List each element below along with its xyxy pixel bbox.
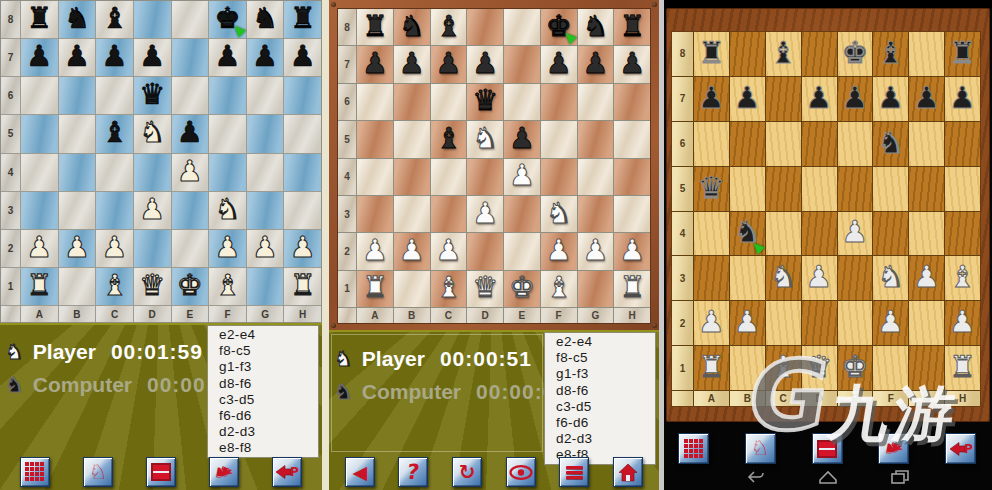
- eye-button[interactable]: [506, 457, 536, 487]
- move-item: f6-d6: [556, 415, 655, 431]
- square-d3[interactable]: ♟: [467, 196, 503, 232]
- piece-black-pawn: ♟: [949, 83, 976, 113]
- square-f3[interactable]: ♞: [541, 196, 577, 232]
- rank-label: 4: [1, 154, 20, 191]
- piece-black-rook: ♜: [26, 4, 52, 33]
- square-a2[interactable]: ♟: [694, 301, 729, 345]
- piece-black-queen: ♛: [472, 86, 498, 115]
- square-f5[interactable]: [873, 167, 908, 211]
- square-a7[interactable]: ♟: [694, 77, 729, 121]
- nail-icon: [652, 323, 657, 328]
- move-item: f8-c5: [219, 343, 318, 359]
- square-a7[interactable]: ♟: [21, 39, 58, 76]
- square-c2[interactable]: [766, 301, 801, 345]
- square-c8[interactable]: ♝: [431, 9, 467, 45]
- square-e7[interactable]: ♟: [838, 77, 873, 121]
- square-f8[interactable]: ♚: [541, 9, 577, 45]
- white-knight-icon: ♞: [5, 342, 24, 363]
- square-b7[interactable]: ♟: [730, 77, 765, 121]
- square-h3[interactable]: ♝: [945, 256, 980, 300]
- board-corner: [672, 391, 693, 406]
- piece-black-pawn: ♟: [841, 83, 868, 113]
- piece-black-pawn: ♟: [734, 83, 761, 113]
- piece-black-pawn: ♟: [582, 49, 608, 78]
- square-f5[interactable]: [209, 115, 246, 152]
- square-g1[interactable]: [247, 268, 284, 305]
- square-c2[interactable]: ♟: [96, 230, 133, 267]
- square-g1[interactable]: [909, 346, 944, 390]
- square-h4[interactable]: [614, 159, 650, 195]
- square-h7[interactable]: ♟: [945, 77, 980, 121]
- square-c1[interactable]: ♝: [766, 346, 801, 390]
- piece-white-pawn: ♟: [913, 262, 940, 292]
- square-c5[interactable]: ♝: [96, 115, 133, 152]
- split-board-button[interactable]: [812, 433, 843, 464]
- back-triangle-icon: ◀: [353, 463, 368, 482]
- piece-white-pawn: ♟: [472, 199, 498, 228]
- eye-icon: [509, 465, 533, 480]
- square-f1[interactable]: [873, 346, 908, 390]
- square-d5[interactable]: ♞: [134, 115, 171, 152]
- piece-white-bishop: ♝: [214, 271, 240, 300]
- square-d8[interactable]: [802, 32, 837, 76]
- square-g6[interactable]: [247, 77, 284, 114]
- takeback-arrow-p-button[interactable]: P: [945, 433, 976, 464]
- board-grid-icon: [25, 462, 45, 482]
- square-d1[interactable]: ♛: [134, 268, 171, 305]
- piece-white-pawn: ♟: [435, 236, 461, 265]
- square-h4[interactable]: [945, 212, 980, 256]
- file-label: A: [357, 308, 393, 323]
- square-g6[interactable]: [578, 84, 614, 120]
- square-g4[interactable]: [247, 154, 284, 191]
- knight-piece-button[interactable]: ♘: [83, 457, 113, 487]
- square-d1[interactable]: ♛: [802, 346, 837, 390]
- square-b2[interactable]: ♟: [730, 301, 765, 345]
- square-g2[interactable]: ♟: [578, 233, 614, 269]
- square-c4[interactable]: [96, 154, 133, 191]
- piece-white-queen: ♛: [139, 271, 165, 300]
- piece-black-pawn: ♟: [399, 49, 425, 78]
- square-d7[interactable]: ♟: [802, 77, 837, 121]
- square-c1[interactable]: ♝: [431, 271, 467, 307]
- square-a5[interactable]: ♛: [694, 167, 729, 211]
- square-g2[interactable]: [909, 301, 944, 345]
- nail-icon: [331, 2, 336, 7]
- square-a6[interactable]: [21, 77, 58, 114]
- piece-white-bishop: ♝: [102, 271, 128, 300]
- square-e6[interactable]: [838, 122, 873, 166]
- square-c7[interactable]: [766, 77, 801, 121]
- home-icon: [818, 468, 838, 486]
- square-g1[interactable]: [578, 271, 614, 307]
- move-item: f8-c5: [556, 350, 655, 366]
- piece-white-rook: ♜: [290, 271, 316, 300]
- square-f2[interactable]: ♟: [873, 301, 908, 345]
- square-a8[interactable]: ♜: [357, 9, 393, 45]
- square-b6[interactable]: [394, 84, 430, 120]
- square-g3[interactable]: [578, 196, 614, 232]
- square-a1[interactable]: ♜: [357, 271, 393, 307]
- square-b8[interactable]: [730, 32, 765, 76]
- square-f2[interactable]: ♟: [541, 233, 577, 269]
- file-label: H: [284, 306, 321, 322]
- square-e8[interactable]: ♚: [838, 32, 873, 76]
- square-c3[interactable]: ♞: [766, 256, 801, 300]
- split-board-button[interactable]: [146, 457, 176, 487]
- square-c7[interactable]: ♟: [96, 39, 133, 76]
- piece-white-pawn: ♟: [698, 307, 725, 337]
- menu-bars-button[interactable]: [559, 457, 589, 487]
- square-b5[interactable]: [730, 167, 765, 211]
- piece-black-knight: ♞: [877, 128, 904, 158]
- square-g8[interactable]: ♞: [578, 9, 614, 45]
- square-b4[interactable]: [59, 154, 96, 191]
- square-b8[interactable]: ♞: [394, 9, 430, 45]
- square-c5[interactable]: ♝: [431, 121, 467, 157]
- rotate-arrows-button[interactable]: ↻: [452, 457, 482, 487]
- square-g7[interactable]: ♟: [578, 46, 614, 82]
- square-a5[interactable]: [357, 121, 393, 157]
- square-b1[interactable]: [730, 346, 765, 390]
- square-g4[interactable]: [578, 159, 614, 195]
- panel-wood-board: 8♜♞♝♚♞♜7♟♟♟♟♟♟♟6♛5♝♞♟4♟3♟♞2♟♟♟♟♟♟1♜♝♛♚♝♜…: [329, 0, 659, 490]
- square-h8[interactable]: ♜: [284, 1, 321, 38]
- square-h5[interactable]: [945, 167, 980, 211]
- square-b1[interactable]: [394, 271, 430, 307]
- square-e7[interactable]: [504, 46, 540, 82]
- square-h8[interactable]: ♜: [945, 32, 980, 76]
- square-c6[interactable]: [96, 77, 133, 114]
- piece-black-bishop: ♝: [435, 124, 461, 153]
- board-grid-button[interactable]: [20, 457, 50, 487]
- square-a4[interactable]: [694, 212, 729, 256]
- square-d5[interactable]: ♞: [467, 121, 503, 157]
- square-d6[interactable]: ♛: [134, 77, 171, 114]
- board-grid-icon: [684, 439, 704, 459]
- square-e6[interactable]: [504, 84, 540, 120]
- square-d1[interactable]: ♛: [467, 271, 503, 307]
- square-d8[interactable]: [134, 1, 171, 38]
- square-e6[interactable]: [172, 77, 209, 114]
- panel-phone-board: 8♜♝♚♝♜7♟♟♟♟♟♟♟6♞5♛4♞♟3♞♟♞♟♝2♟♟♟♟1♜♝♛♚♜AB…: [664, 0, 992, 490]
- move-item: g1-f3: [219, 359, 318, 375]
- square-a4[interactable]: [357, 159, 393, 195]
- square-h1[interactable]: ♜: [284, 268, 321, 305]
- square-c7[interactable]: ♟: [431, 46, 467, 82]
- square-e4[interactable]: ♟: [172, 154, 209, 191]
- move-item: d2-d3: [219, 424, 318, 440]
- square-h6[interactable]: [284, 77, 321, 114]
- piece-black-pawn: ♟: [252, 42, 278, 71]
- square-f6[interactable]: [209, 77, 246, 114]
- piece-white-pawn: ♟: [877, 307, 904, 337]
- piece-white-knight: ♞: [139, 118, 165, 147]
- black-knight-icon: ♞: [5, 375, 24, 396]
- square-b4[interactable]: [394, 159, 430, 195]
- move-item: g1-f3: [556, 366, 655, 382]
- computer-label: Computer: [33, 373, 132, 397]
- square-b2[interactable]: ♟: [394, 233, 430, 269]
- piece-white-pawn: ♟: [841, 217, 868, 247]
- knight-piece-button[interactable]: ♘: [745, 433, 776, 464]
- file-label: F: [873, 391, 908, 406]
- square-b3[interactable]: [59, 192, 96, 229]
- move-item: d8-f6: [219, 376, 318, 392]
- piece-black-pawn: ♟: [64, 42, 90, 71]
- square-g8[interactable]: [909, 32, 944, 76]
- square-b6[interactable]: [59, 77, 96, 114]
- square-h5[interactable]: [614, 121, 650, 157]
- back-button[interactable]: [745, 467, 767, 487]
- square-f6[interactable]: [541, 84, 577, 120]
- square-b6[interactable]: [730, 122, 765, 166]
- square-a7[interactable]: ♟: [357, 46, 393, 82]
- piece-white-pawn: ♟: [177, 157, 203, 186]
- takeback-arrow-p-icon: P: [275, 463, 299, 481]
- square-d3[interactable]: ♟: [802, 256, 837, 300]
- square-a3[interactable]: [694, 256, 729, 300]
- square-f6[interactable]: ♞: [873, 122, 908, 166]
- square-e8[interactable]: [504, 9, 540, 45]
- square-f3[interactable]: ♞: [873, 256, 908, 300]
- square-e3[interactable]: [838, 256, 873, 300]
- player-time: 00:01:59: [111, 340, 203, 364]
- piece-white-bishop: ♝: [770, 352, 797, 382]
- file-label: H: [945, 391, 980, 406]
- back-triangle-button[interactable]: ◀: [345, 457, 375, 487]
- piece-white-pawn: ♟: [619, 236, 645, 265]
- takeback-arrow-p-button[interactable]: P: [272, 457, 302, 487]
- rank-label: 5: [338, 121, 356, 157]
- square-b5[interactable]: [59, 115, 96, 152]
- square-c5[interactable]: [766, 167, 801, 211]
- piece-white-pawn: ♟: [252, 233, 278, 262]
- square-d3[interactable]: ♟: [134, 192, 171, 229]
- square-b3[interactable]: [394, 196, 430, 232]
- square-b5[interactable]: [394, 121, 430, 157]
- board-grid-button[interactable]: [678, 433, 709, 464]
- square-c4[interactable]: [431, 159, 467, 195]
- piece-black-pawn: ♟: [546, 49, 572, 78]
- piece-white-knight: ♞: [770, 262, 797, 292]
- square-h7[interactable]: ♟: [614, 46, 650, 82]
- square-c8[interactable]: ♝: [766, 32, 801, 76]
- square-f4[interactable]: [209, 154, 246, 191]
- square-f4[interactable]: [541, 159, 577, 195]
- game-info-area: ♞ Player 00:00:51 ♞ Computer 00:00:03 e2…: [329, 330, 659, 490]
- takeback-arrow-p-icon: P: [949, 440, 973, 458]
- piece-black-bishop: ♝: [102, 4, 128, 33]
- square-e4[interactable]: ♟: [838, 212, 873, 256]
- square-h3[interactable]: [284, 192, 321, 229]
- square-f4[interactable]: [873, 212, 908, 256]
- square-h4[interactable]: [284, 154, 321, 191]
- square-f8[interactable]: ♝: [873, 32, 908, 76]
- square-a1[interactable]: ♜: [21, 268, 58, 305]
- square-h2[interactable]: ♟: [284, 230, 321, 267]
- square-e7[interactable]: [172, 39, 209, 76]
- square-c6[interactable]: [431, 84, 467, 120]
- lying-knight-button[interactable]: ♞: [878, 433, 909, 464]
- square-b8[interactable]: ♞: [59, 1, 96, 38]
- square-d4[interactable]: [802, 212, 837, 256]
- square-f7[interactable]: ♟: [541, 46, 577, 82]
- square-e1[interactable]: ♚: [504, 271, 540, 307]
- piece-white-pawn: ♟: [139, 195, 165, 224]
- move-list[interactable]: e2-e4f8-c5g1-f3d8-f6c3-d5f6-d6d2-d3e8-f8: [207, 325, 319, 458]
- square-b2[interactable]: ♟: [59, 230, 96, 267]
- piece-black-bishop: ♝: [435, 12, 461, 41]
- piece-white-knight: ♞: [472, 124, 498, 153]
- square-h5[interactable]: [284, 115, 321, 152]
- square-h1[interactable]: ♜: [614, 271, 650, 307]
- square-c1[interactable]: ♝: [96, 268, 133, 305]
- square-g4[interactable]: [909, 212, 944, 256]
- square-f7[interactable]: ♟: [209, 39, 246, 76]
- square-a8[interactable]: ♜: [21, 1, 58, 38]
- piece-white-knight: ♞: [877, 262, 904, 292]
- move-item: f6-d6: [219, 408, 318, 424]
- square-c4[interactable]: [766, 212, 801, 256]
- piece-black-pawn: ♟: [102, 42, 128, 71]
- square-d4[interactable]: [467, 159, 503, 195]
- move-item: d2-d3: [556, 431, 655, 447]
- square-f2[interactable]: ♟: [209, 230, 246, 267]
- square-c2[interactable]: ♟: [431, 233, 467, 269]
- square-c6[interactable]: [766, 122, 801, 166]
- square-f8[interactable]: ♚: [209, 1, 246, 38]
- square-a6[interactable]: [357, 84, 393, 120]
- file-label: F: [541, 308, 577, 323]
- piece-white-bishop: ♝: [546, 273, 572, 302]
- square-e5[interactable]: ♟: [504, 121, 540, 157]
- square-d5[interactable]: [802, 167, 837, 211]
- square-h2[interactable]: ♟: [614, 233, 650, 269]
- move-item: d8-f6: [556, 383, 655, 399]
- square-e3[interactable]: [172, 192, 209, 229]
- square-a1[interactable]: ♜: [694, 346, 729, 390]
- square-a2[interactable]: ♟: [21, 230, 58, 267]
- square-b7[interactable]: ♟: [59, 39, 96, 76]
- square-h7[interactable]: ♟: [284, 39, 321, 76]
- file-label: D: [134, 306, 171, 322]
- square-f1[interactable]: ♝: [541, 271, 577, 307]
- square-g7[interactable]: ♟: [247, 39, 284, 76]
- square-d7[interactable]: ♟: [134, 39, 171, 76]
- square-f3[interactable]: ♞: [209, 192, 246, 229]
- square-g7[interactable]: ♟: [909, 77, 944, 121]
- square-a8[interactable]: ♜: [694, 32, 729, 76]
- square-d6[interactable]: [802, 122, 837, 166]
- square-c3[interactable]: [431, 196, 467, 232]
- lying-knight-button[interactable]: ♞: [209, 457, 239, 487]
- square-a3[interactable]: [357, 196, 393, 232]
- square-e5[interactable]: [838, 167, 873, 211]
- piece-black-pawn: ♟: [806, 83, 833, 113]
- rank-label: 6: [672, 122, 693, 166]
- square-h2[interactable]: ♟: [945, 301, 980, 345]
- square-c8[interactable]: ♝: [96, 1, 133, 38]
- question-mark-button[interactable]: ?: [398, 457, 428, 487]
- square-g2[interactable]: ♟: [247, 230, 284, 267]
- square-f1[interactable]: ♝: [209, 268, 246, 305]
- square-e2[interactable]: [172, 230, 209, 267]
- rank-label: 2: [338, 233, 356, 269]
- piece-white-bishop: ♝: [435, 273, 461, 302]
- white-knight-icon: ♞: [334, 349, 353, 370]
- square-a4[interactable]: [21, 154, 58, 191]
- square-b3[interactable]: [730, 256, 765, 300]
- square-e1[interactable]: ♚: [838, 346, 873, 390]
- square-b4[interactable]: ♞: [730, 212, 765, 256]
- square-d6[interactable]: ♛: [467, 84, 503, 120]
- square-d2[interactable]: [134, 230, 171, 267]
- square-f5[interactable]: [541, 121, 577, 157]
- square-b7[interactable]: ♟: [394, 46, 430, 82]
- square-c3[interactable]: [96, 192, 133, 229]
- square-g6[interactable]: [909, 122, 944, 166]
- status-bar: [664, 0, 992, 8]
- move-list[interactable]: e2-e4f8-c5g1-f3d8-f6c3-d5f6-d6d2-d3e8-f8: [544, 332, 656, 465]
- computer-label: Computer: [362, 380, 461, 404]
- lying-knight-icon: ♞: [882, 437, 906, 459]
- home-button[interactable]: [817, 467, 839, 487]
- square-d8[interactable]: [467, 9, 503, 45]
- square-a6[interactable]: [694, 122, 729, 166]
- square-g5[interactable]: [247, 115, 284, 152]
- square-d7[interactable]: ♟: [467, 46, 503, 82]
- square-h6[interactable]: [945, 122, 980, 166]
- rank-label: 4: [672, 212, 693, 256]
- square-e2[interactable]: [504, 233, 540, 269]
- square-g3[interactable]: ♟: [909, 256, 944, 300]
- square-e2[interactable]: [838, 301, 873, 345]
- square-h1[interactable]: ♜: [945, 346, 980, 390]
- square-a2[interactable]: ♟: [357, 233, 393, 269]
- square-e5[interactable]: ♟: [172, 115, 209, 152]
- recents-button[interactable]: [889, 467, 911, 487]
- square-f7[interactable]: ♟: [873, 77, 908, 121]
- square-e4[interactable]: ♟: [504, 159, 540, 195]
- piece-white-pawn: ♟: [582, 236, 608, 265]
- square-a3[interactable]: [21, 192, 58, 229]
- square-d2[interactable]: [802, 301, 837, 345]
- square-h6[interactable]: [614, 84, 650, 120]
- piece-white-rook: ♜: [698, 352, 725, 382]
- square-g5[interactable]: [578, 121, 614, 157]
- file-label: B: [394, 308, 430, 323]
- square-d4[interactable]: [134, 154, 171, 191]
- square-g3[interactable]: [247, 192, 284, 229]
- piece-white-pawn: ♟: [26, 233, 52, 262]
- square-e1[interactable]: ♚: [172, 268, 209, 305]
- home-button[interactable]: [613, 457, 643, 487]
- square-e3[interactable]: [504, 196, 540, 232]
- square-h3[interactable]: [614, 196, 650, 232]
- square-e8[interactable]: [172, 1, 209, 38]
- piece-white-pawn: ♟: [102, 233, 128, 262]
- square-g5[interactable]: [909, 167, 944, 211]
- square-a5[interactable]: [21, 115, 58, 152]
- square-b1[interactable]: [59, 268, 96, 305]
- piece-black-knight: ♞: [252, 4, 278, 33]
- square-h8[interactable]: ♜: [614, 9, 650, 45]
- square-d2[interactable]: [467, 233, 503, 269]
- file-label: D: [802, 391, 837, 406]
- file-label: G: [247, 306, 284, 322]
- square-g8[interactable]: ♞: [247, 1, 284, 38]
